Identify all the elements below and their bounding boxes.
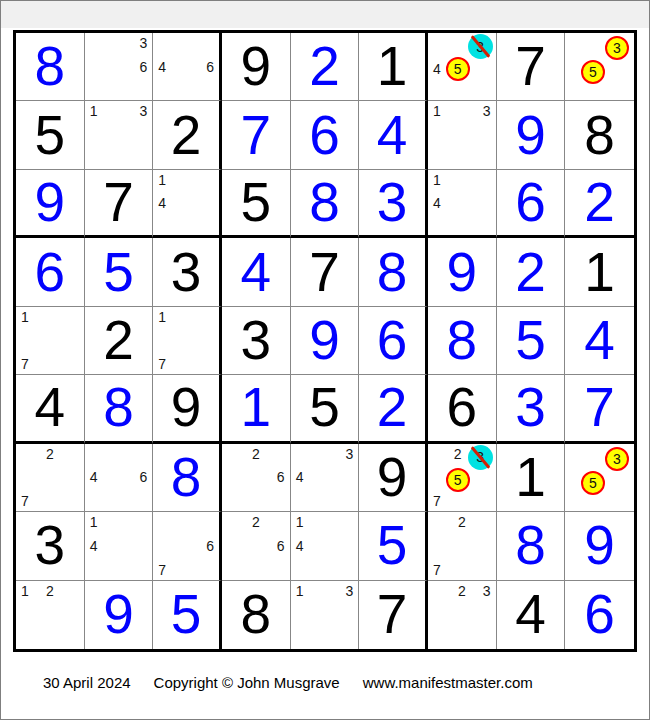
cell-r6c5[interactable]: 5 <box>291 375 360 443</box>
given-digit: 5 <box>309 380 340 435</box>
candidate-digit: 2 <box>458 515 466 529</box>
cell-r1c5[interactable]: 2 <box>291 33 360 101</box>
candidate-digit: 3 <box>140 36 148 50</box>
given-digit: 1 <box>377 39 408 94</box>
cell-r9c3[interactable]: 5 <box>153 581 222 649</box>
cell-r3c5[interactable]: 8 <box>291 170 360 238</box>
candidate-digit: 4 <box>158 60 166 74</box>
given-digit: 7 <box>103 175 134 230</box>
candidate-digit: 7 <box>158 563 166 577</box>
candidate-eliminated-cyan-slash: 3 <box>468 34 493 59</box>
pencil-marks: 27 <box>16 444 84 511</box>
cell-r1c1[interactable]: 8 <box>16 33 85 101</box>
pencil-marks: 345 <box>428 33 496 100</box>
candidate-digit: 4 <box>433 196 441 210</box>
solved-digit: 8 <box>377 245 408 300</box>
footer-copyright: Copyright © John Musgrave <box>154 674 340 691</box>
given-digit: 4 <box>515 587 546 642</box>
solved-digit: 5 <box>103 245 134 300</box>
cell-r6c3[interactable]: 9 <box>153 375 222 443</box>
candidate-digit: 1 <box>21 584 29 598</box>
cell-r8c3[interactable]: 67 <box>153 512 222 580</box>
candidate-highlight-yellow: 3 <box>605 447 629 471</box>
cell-r3c2[interactable]: 7 <box>85 170 154 238</box>
candidate-digit: 6 <box>140 60 148 74</box>
candidate-digit: 7 <box>433 494 441 508</box>
cell-r3c8[interactable]: 6 <box>497 170 566 238</box>
cell-r4c8[interactable]: 2 <box>497 238 566 306</box>
candidate-digit: 4 <box>433 62 441 76</box>
cell-r1c8[interactable]: 7 <box>497 33 566 101</box>
cell-r7c4[interactable]: 26 <box>222 444 291 512</box>
cell-r1c2[interactable]: 36 <box>85 33 154 101</box>
given-digit: 7 <box>309 245 340 300</box>
cell-r5c4[interactable]: 3 <box>222 307 291 375</box>
pencil-marks: 17 <box>153 307 219 374</box>
pencil-marks: 26 <box>222 512 290 579</box>
top-strip <box>1 1 649 28</box>
cell-r6c4[interactable]: 1 <box>222 375 291 443</box>
cell-r8c8[interactable]: 8 <box>497 512 566 580</box>
cell-r8c9[interactable]: 9 <box>565 512 634 580</box>
solved-digit: 9 <box>515 108 546 163</box>
candidate-digit: 7 <box>433 563 441 577</box>
solved-digit: 2 <box>377 380 408 435</box>
cell-r9c8[interactable]: 4 <box>497 581 566 649</box>
cell-r6c1[interactable]: 4 <box>16 375 85 443</box>
solved-digit: 8 <box>103 380 134 435</box>
candidate-digit: 1 <box>296 584 304 598</box>
cell-r1c3[interactable]: 46 <box>153 33 222 101</box>
solved-digit: 5 <box>515 313 546 368</box>
cell-r5c1[interactable]: 17 <box>16 307 85 375</box>
cell-r1c7[interactable]: 345 <box>428 33 497 101</box>
given-digit: 1 <box>515 450 546 505</box>
cell-r3c7[interactable]: 14 <box>428 170 497 238</box>
solved-digit: 8 <box>447 313 478 368</box>
cell-r4c2[interactable]: 5 <box>85 238 154 306</box>
solved-digit: 9 <box>309 313 340 368</box>
solved-digit: 9 <box>584 518 615 573</box>
pencil-marks: 35 <box>565 444 634 511</box>
cell-r9c1[interactable]: 12 <box>16 581 85 649</box>
given-digit: 2 <box>171 108 202 163</box>
cell-r9c9[interactable]: 6 <box>565 581 634 649</box>
solved-digit: 6 <box>309 108 340 163</box>
solved-digit: 2 <box>584 175 615 230</box>
solved-digit: 9 <box>35 175 66 230</box>
cell-r3c3[interactable]: 14 <box>153 170 222 238</box>
cell-r3c1[interactable]: 9 <box>16 170 85 238</box>
cell-r6c6[interactable]: 2 <box>359 375 428 443</box>
candidate-digit: 4 <box>158 196 166 210</box>
candidate-digit: 6 <box>277 539 285 553</box>
candidate-highlight-yellow: 5 <box>446 468 470 492</box>
given-digit: 3 <box>171 245 202 300</box>
solved-digit: 6 <box>515 175 546 230</box>
pencil-marks: 13 <box>85 101 153 168</box>
cell-r7c1[interactable]: 27 <box>16 444 85 512</box>
cell-r1c9[interactable]: 35 <box>565 33 634 101</box>
cell-r7c3[interactable]: 8 <box>153 444 222 512</box>
solved-digit: 4 <box>377 108 408 163</box>
candidate-digit: 4 <box>90 539 98 553</box>
cell-r1c4[interactable]: 9 <box>222 33 291 101</box>
cell-r2c8[interactable]: 9 <box>497 101 566 169</box>
solved-digit: 6 <box>377 313 408 368</box>
solved-digit: 5 <box>171 587 202 642</box>
cell-r3c4[interactable]: 5 <box>222 170 291 238</box>
solved-digit: 2 <box>309 39 340 94</box>
cell-r5c7[interactable]: 8 <box>428 307 497 375</box>
pencil-marks: 2357 <box>428 444 496 511</box>
cell-r6c7[interactable]: 6 <box>428 375 497 443</box>
solved-digit: 7 <box>241 108 272 163</box>
pencil-marks: 46 <box>85 444 153 511</box>
cell-r7c2[interactable]: 46 <box>85 444 154 512</box>
cell-r6c2[interactable]: 8 <box>85 375 154 443</box>
cell-r8c6[interactable]: 5 <box>359 512 428 580</box>
candidate-digit: 6 <box>140 470 148 484</box>
candidate-eliminated-cyan-slash: 3 <box>468 445 493 470</box>
solved-digit: 5 <box>377 518 408 573</box>
cell-r7c7[interactable]: 2357 <box>428 444 497 512</box>
candidate-digit: 3 <box>140 104 148 118</box>
cell-r9c4[interactable]: 8 <box>222 581 291 649</box>
cell-r2c4[interactable]: 7 <box>222 101 291 169</box>
cell-r7c8[interactable]: 1 <box>497 444 566 512</box>
given-digit: 9 <box>241 39 272 94</box>
pencil-marks: 26 <box>222 444 290 511</box>
candidate-digit: 7 <box>21 494 29 508</box>
candidate-digit: 1 <box>433 104 441 118</box>
pencil-marks: 67 <box>153 512 219 579</box>
given-digit: 9 <box>377 450 408 505</box>
solved-digit: 4 <box>241 245 272 300</box>
candidate-digit: 1 <box>158 310 166 324</box>
cell-r7c6[interactable]: 9 <box>359 444 428 512</box>
cell-r4c3[interactable]: 3 <box>153 238 222 306</box>
pencil-marks: 12 <box>16 581 84 649</box>
cell-r3c9[interactable]: 2 <box>565 170 634 238</box>
cell-r2c7[interactable]: 13 <box>428 101 497 169</box>
pencil-marks: 36 <box>85 33 153 100</box>
pencil-marks: 14 <box>85 512 153 579</box>
cell-r2c9[interactable]: 8 <box>565 101 634 169</box>
candidate-digit: 6 <box>206 539 214 553</box>
candidate-digit: 3 <box>483 584 491 598</box>
pencil-marks: 46 <box>153 33 219 100</box>
candidate-digit: 1 <box>433 173 441 187</box>
sudoku-board: 8364692134573551327641398971458314626534… <box>13 30 637 652</box>
pencil-marks: 35 <box>565 33 634 100</box>
candidate-highlight-yellow: 5 <box>581 471 605 495</box>
solved-digit: 3 <box>377 175 408 230</box>
candidate-digit: 4 <box>296 470 304 484</box>
solved-digit: 7 <box>584 380 615 435</box>
solved-digit: 2 <box>515 245 546 300</box>
solved-digit: 8 <box>309 175 340 230</box>
footer-date: 30 April 2024 <box>43 674 131 691</box>
cell-r9c5[interactable]: 13 <box>291 581 360 649</box>
given-digit: 2 <box>103 313 134 368</box>
solved-digit: 1 <box>241 380 272 435</box>
pencil-marks: 14 <box>153 170 219 235</box>
candidate-digit: 1 <box>90 104 98 118</box>
cell-r5c2[interactable]: 2 <box>85 307 154 375</box>
cell-r5c9[interactable]: 4 <box>565 307 634 375</box>
cell-r3c6[interactable]: 3 <box>359 170 428 238</box>
pencil-marks: 27 <box>428 512 496 579</box>
pencil-marks: 14 <box>428 170 496 235</box>
candidate-digit: 7 <box>158 357 166 371</box>
pencil-marks: 14 <box>291 512 359 579</box>
candidate-digit: 6 <box>206 60 214 74</box>
solved-digit: 6 <box>35 245 66 300</box>
cell-r9c7[interactable]: 23 <box>428 581 497 649</box>
given-digit: 6 <box>447 380 478 435</box>
pencil-marks: 13 <box>291 581 359 649</box>
candidate-digit: 2 <box>458 584 466 598</box>
solved-digit: 8 <box>35 39 66 94</box>
cell-r7c9[interactable]: 35 <box>565 444 634 512</box>
solved-digit: 6 <box>584 587 615 642</box>
pencil-marks: 17 <box>16 307 84 374</box>
cell-r4c5[interactable]: 7 <box>291 238 360 306</box>
cell-r9c6[interactable]: 7 <box>359 581 428 649</box>
cell-r5c5[interactable]: 9 <box>291 307 360 375</box>
candidate-digit: 2 <box>46 447 54 461</box>
pencil-marks: 13 <box>428 101 496 168</box>
solved-digit: 4 <box>584 313 615 368</box>
candidate-digit: 7 <box>21 357 29 371</box>
footer-website: www.manifestmaster.com <box>363 674 533 691</box>
cell-r2c1[interactable]: 5 <box>16 101 85 169</box>
cell-r4c6[interactable]: 8 <box>359 238 428 306</box>
solved-digit: 8 <box>515 518 546 573</box>
given-digit: 9 <box>171 380 202 435</box>
candidate-digit: 2 <box>454 447 462 461</box>
candidate-digit: 3 <box>483 104 491 118</box>
cell-r9c2[interactable]: 9 <box>85 581 154 649</box>
candidate-digit: 1 <box>296 515 304 529</box>
cell-r4c9[interactable]: 1 <box>565 238 634 306</box>
page: 8364692134573551327641398971458314626534… <box>0 0 650 720</box>
cell-r5c6[interactable]: 6 <box>359 307 428 375</box>
candidate-digit: 2 <box>252 515 260 529</box>
cell-r5c8[interactable]: 5 <box>497 307 566 375</box>
cell-r7c5[interactable]: 34 <box>291 444 360 512</box>
given-digit: 5 <box>241 175 272 230</box>
given-digit: 8 <box>241 587 272 642</box>
cell-r2c3[interactable]: 2 <box>153 101 222 169</box>
cell-r4c1[interactable]: 6 <box>16 238 85 306</box>
candidate-digit: 2 <box>46 584 54 598</box>
candidate-digit: 3 <box>346 584 354 598</box>
given-digit: 4 <box>35 380 66 435</box>
candidate-digit: 4 <box>90 470 98 484</box>
candidate-digit: 1 <box>90 515 98 529</box>
given-digit: 3 <box>241 313 272 368</box>
cell-r4c7[interactable]: 9 <box>428 238 497 306</box>
cell-r2c5[interactable]: 6 <box>291 101 360 169</box>
candidate-digit: 3 <box>346 447 354 461</box>
cell-r8c1[interactable]: 3 <box>16 512 85 580</box>
solved-digit: 9 <box>103 587 134 642</box>
candidate-highlight-yellow: 3 <box>605 36 629 60</box>
given-digit: 7 <box>515 39 546 94</box>
cell-r4c4[interactable]: 4 <box>222 238 291 306</box>
candidate-digit: 6 <box>277 470 285 484</box>
candidate-highlight-yellow: 5 <box>581 60 605 84</box>
solved-digit: 8 <box>171 450 202 505</box>
given-digit: 8 <box>584 108 615 163</box>
cell-r6c9[interactable]: 7 <box>565 375 634 443</box>
given-digit: 1 <box>584 245 615 300</box>
solved-digit: 3 <box>515 380 546 435</box>
solved-digit: 9 <box>447 245 478 300</box>
given-digit: 5 <box>35 108 66 163</box>
footer: 30 April 2024 Copyright © John Musgrave … <box>43 674 533 691</box>
pencil-marks: 23 <box>428 581 496 649</box>
cell-r8c7[interactable]: 27 <box>428 512 497 580</box>
cell-r2c6[interactable]: 4 <box>359 101 428 169</box>
candidate-digit: 4 <box>296 539 304 553</box>
given-digit: 3 <box>35 518 66 573</box>
candidate-digit: 1 <box>21 310 29 324</box>
cell-r6c8[interactable]: 3 <box>497 375 566 443</box>
pencil-marks: 34 <box>291 444 359 511</box>
cell-r5c3[interactable]: 17 <box>153 307 222 375</box>
cell-r1c6[interactable]: 1 <box>359 33 428 101</box>
candidate-highlight-yellow: 5 <box>446 57 470 81</box>
cell-r8c5[interactable]: 14 <box>291 512 360 580</box>
candidate-digit: 1 <box>158 173 166 187</box>
candidate-digit: 2 <box>252 447 260 461</box>
given-digit: 7 <box>377 587 408 642</box>
cell-r8c2[interactable]: 14 <box>85 512 154 580</box>
cell-r2c2[interactable]: 13 <box>85 101 154 169</box>
cell-r8c4[interactable]: 26 <box>222 512 291 580</box>
